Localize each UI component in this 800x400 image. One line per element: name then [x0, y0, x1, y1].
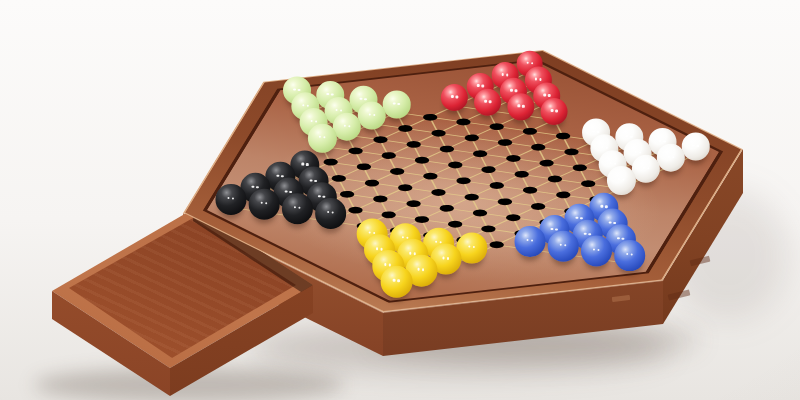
board-hole[interactable]: [487, 241, 505, 250]
board-hole[interactable]: [338, 131, 356, 140]
board-hole[interactable]: [537, 159, 555, 168]
board-hole[interactable]: [512, 170, 530, 179]
board-hole[interactable]: [487, 122, 505, 131]
board-hole[interactable]: [579, 179, 597, 188]
yellow-marble[interactable]: [381, 266, 413, 298]
board-hole[interactable]: [462, 134, 480, 143]
black-marble[interactable]: [248, 189, 279, 220]
board-hole[interactable]: [438, 145, 456, 154]
board-hole[interactable]: [504, 213, 522, 222]
red-marble[interactable]: [508, 94, 535, 121]
white-marble[interactable]: [657, 144, 685, 172]
board-hole[interactable]: [570, 164, 588, 173]
board-hole[interactable]: [288, 212, 306, 221]
board-hole[interactable]: [512, 111, 530, 120]
board-hole[interactable]: [496, 197, 514, 206]
black-marble[interactable]: [282, 193, 313, 224]
board-hole[interactable]: [388, 286, 406, 295]
board-hole[interactable]: [437, 204, 455, 213]
black-marble[interactable]: [315, 198, 346, 229]
white-marble[interactable]: [682, 133, 710, 161]
scene: [0, 0, 800, 400]
board-hole[interactable]: [454, 118, 472, 127]
board-hole[interactable]: [462, 252, 480, 261]
board-hole[interactable]: [529, 202, 547, 211]
board-hole[interactable]: [396, 183, 414, 192]
red-marble[interactable]: [441, 84, 468, 111]
board-hole[interactable]: [404, 199, 422, 208]
green-marble[interactable]: [307, 124, 336, 153]
board-hole[interactable]: [363, 119, 381, 128]
board-hole[interactable]: [504, 154, 522, 163]
board-hole[interactable]: [545, 175, 563, 184]
blue-marble[interactable]: [614, 240, 645, 271]
board-hole[interactable]: [379, 151, 397, 160]
board-hole[interactable]: [429, 188, 447, 197]
board-hole[interactable]: [346, 147, 364, 156]
board-hole[interactable]: [371, 135, 389, 144]
board-hole[interactable]: [346, 206, 364, 215]
board-hole[interactable]: [388, 108, 406, 117]
board-hole[interactable]: [529, 143, 547, 152]
board-hole[interactable]: [255, 208, 273, 217]
board-hole[interactable]: [421, 172, 439, 181]
blue-marble[interactable]: [514, 226, 545, 257]
green-marble[interactable]: [358, 102, 386, 130]
board-hole[interactable]: [620, 259, 638, 268]
board-hole[interactable]: [454, 177, 472, 186]
board-hole[interactable]: [471, 209, 489, 218]
white-marble[interactable]: [632, 155, 660, 183]
board-hole[interactable]: [404, 140, 422, 149]
board-hole[interactable]: [321, 158, 339, 167]
board-hole[interactable]: [371, 195, 389, 204]
board-hole[interactable]: [396, 124, 414, 133]
board-hole[interactable]: [462, 193, 480, 202]
board-hole[interactable]: [446, 102, 464, 111]
board-hole[interactable]: [521, 127, 539, 136]
green-marble[interactable]: [333, 113, 361, 141]
board-hole[interactable]: [429, 129, 447, 138]
board-hole[interactable]: [637, 173, 655, 182]
board-hole[interactable]: [413, 215, 431, 224]
green-marble[interactable]: [383, 91, 411, 119]
board-hole[interactable]: [662, 162, 680, 171]
board-hole[interactable]: [479, 225, 497, 234]
board-hole[interactable]: [471, 149, 489, 158]
board-hole[interactable]: [412, 274, 430, 283]
blue-marble[interactable]: [581, 236, 612, 267]
board-hole[interactable]: [354, 163, 372, 172]
board-hole[interactable]: [562, 148, 580, 157]
board-hole[interactable]: [437, 263, 455, 272]
board-hole[interactable]: [221, 203, 239, 212]
board-hole[interactable]: [479, 106, 497, 115]
red-marble[interactable]: [474, 89, 501, 116]
board-hole[interactable]: [321, 217, 339, 226]
board-hole[interactable]: [388, 167, 406, 176]
board-hole[interactable]: [421, 113, 439, 122]
board-hole[interactable]: [413, 156, 431, 165]
board-hole[interactable]: [546, 116, 564, 125]
board-hole[interactable]: [446, 220, 464, 229]
white-marble[interactable]: [607, 166, 636, 195]
board-hole[interactable]: [338, 190, 356, 199]
board-hole[interactable]: [363, 179, 381, 188]
board-hole[interactable]: [487, 181, 505, 190]
board-hole[interactable]: [521, 245, 539, 254]
board-hole[interactable]: [554, 250, 572, 259]
board-hole[interactable]: [687, 150, 705, 159]
board-hole[interactable]: [496, 138, 514, 147]
board-hole[interactable]: [379, 211, 397, 220]
board-hole[interactable]: [521, 186, 539, 195]
red-marble[interactable]: [541, 98, 568, 125]
board-hole[interactable]: [612, 184, 630, 193]
board-hole[interactable]: [313, 142, 331, 151]
board-hole[interactable]: [446, 161, 464, 170]
blue-marble[interactable]: [547, 231, 578, 262]
board-hole[interactable]: [329, 174, 347, 183]
black-marble[interactable]: [215, 184, 246, 215]
board-hole[interactable]: [554, 132, 572, 141]
board-hole[interactable]: [479, 165, 497, 174]
board-hole[interactable]: [554, 191, 572, 200]
board-hole[interactable]: [587, 255, 605, 264]
